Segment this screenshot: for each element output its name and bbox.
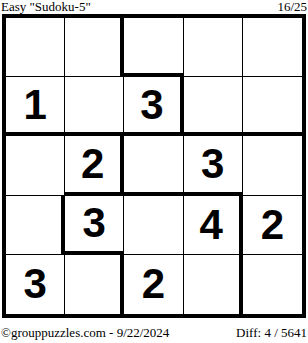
difficulty-text: Diff: 4 / 5641 — [236, 326, 307, 340]
cell-r2c1-given[interactable]: 1 — [6, 77, 65, 136]
cell-r5c3-given[interactable]: 2 — [124, 255, 183, 314]
cell-r4c3-empty[interactable] — [124, 196, 183, 255]
cell-r3c4-given[interactable]: 3 — [184, 136, 243, 195]
cells-remaining-counter: 16/25 — [277, 0, 307, 13]
header: Easy "Sudoku-5" 16/25 — [1, 0, 307, 14]
cell-r3c5-empty[interactable] — [243, 136, 302, 195]
cell-r4c2-given[interactable]: 3 — [65, 196, 124, 255]
cell-r4c4-given[interactable]: 4 — [184, 196, 243, 255]
cell-r1c1-empty[interactable] — [6, 18, 65, 77]
cell-r5c4-empty[interactable] — [184, 255, 243, 314]
copyright-text: ©grouppuzzles.com - 9/22/2024 — [1, 326, 169, 340]
cell-r5c1-given[interactable]: 3 — [6, 255, 65, 314]
puzzle-page: { "game": "jigsaw-sudoku-5x5", "position… — [0, 0, 308, 343]
cell-r4c5-given[interactable]: 2 — [243, 196, 302, 255]
cell-r2c2-empty[interactable] — [65, 77, 124, 136]
cell-r2c5-empty[interactable] — [243, 77, 302, 136]
cell-r2c4-empty[interactable] — [184, 77, 243, 136]
cell-r1c4-empty[interactable] — [184, 18, 243, 77]
cell-r3c2-given[interactable]: 2 — [65, 136, 124, 195]
cell-r1c3-empty[interactable] — [124, 18, 183, 77]
cell-r3c1-empty[interactable] — [6, 136, 65, 195]
footer: ©grouppuzzles.com - 9/22/2024 Diff: 4 / … — [1, 326, 307, 342]
cell-r4c1-empty[interactable] — [6, 196, 65, 255]
cell-r3c3-empty[interactable] — [124, 136, 183, 195]
cell-r1c2-empty[interactable] — [65, 18, 124, 77]
sudoku-board: 132334232 — [2, 14, 306, 318]
cell-r5c5-empty[interactable] — [243, 255, 302, 314]
puzzle-title: Easy "Sudoku-5" — [1, 0, 91, 13]
cell-r5c2-empty[interactable] — [65, 255, 124, 314]
cell-r2c3-given[interactable]: 3 — [124, 77, 183, 136]
cell-r1c5-empty[interactable] — [243, 18, 302, 77]
